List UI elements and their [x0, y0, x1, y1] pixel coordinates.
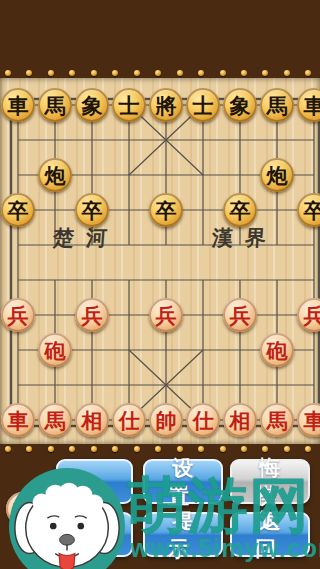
piece-red-r9-c6[interactable]: 相: [223, 403, 257, 437]
gold-stud: [155, 70, 161, 76]
gold-stud: [198, 446, 204, 452]
gold-stud: [220, 446, 226, 452]
gold-stud: [241, 70, 247, 76]
gold-stud: [134, 446, 140, 452]
piece-black-r3-c6[interactable]: 卒: [223, 193, 257, 227]
gold-stud: [48, 446, 54, 452]
gold-stud: [262, 446, 268, 452]
gold-stud: [284, 446, 290, 452]
piece-black-r0-c1[interactable]: 馬: [38, 88, 72, 122]
gold-stud: [91, 446, 97, 452]
piece-red-r9-c4[interactable]: 帥: [149, 403, 183, 437]
gold-stud: [305, 446, 311, 452]
piece-red-r6-c2[interactable]: 兵: [75, 298, 109, 332]
piece-red-r6-c6[interactable]: 兵: [223, 298, 257, 332]
piece-black-r3-c4[interactable]: 卒: [149, 193, 183, 227]
piece-black-r0-c4[interactable]: 將: [149, 88, 183, 122]
piece-black-r0-c3[interactable]: 士: [112, 88, 146, 122]
gold-stud: [112, 446, 118, 452]
gold-stud: [112, 70, 118, 76]
gold-stud: [69, 446, 75, 452]
river-label-chu: 楚河: [52, 224, 120, 252]
piece-black-r0-c0[interactable]: 車: [1, 88, 35, 122]
piece-black-r2-c1[interactable]: 炮: [38, 158, 72, 192]
piece-red-r9-c5[interactable]: 仕: [186, 403, 220, 437]
river-label-han: 漢界: [211, 224, 279, 252]
gold-stud: [155, 446, 161, 452]
gold-stud: [26, 70, 32, 76]
piece-red-r9-c3[interactable]: 仕: [112, 403, 146, 437]
gold-stud: [241, 446, 247, 452]
piece-black-r0-c7[interactable]: 馬: [260, 88, 294, 122]
piece-red-r6-c4[interactable]: 兵: [149, 298, 183, 332]
gold-stud: [177, 70, 183, 76]
piece-black-r0-c2[interactable]: 象: [75, 88, 109, 122]
gold-stud: [262, 70, 268, 76]
game-screen: 楚河 漢界 車馬象士將士象馬車炮炮卒卒卒卒卒兵兵兵兵兵砲砲車馬相仕帥仕相馬車 设…: [0, 0, 320, 569]
piece-red-r9-c7[interactable]: 馬: [260, 403, 294, 437]
piece-black-r0-c6[interactable]: 象: [223, 88, 257, 122]
piece-black-r2-c7[interactable]: 炮: [260, 158, 294, 192]
piece-red-r9-c1[interactable]: 馬: [38, 403, 72, 437]
piece-red-r7-c7[interactable]: 砲: [260, 333, 294, 367]
gold-stud: [305, 70, 311, 76]
piece-red-r7-c1[interactable]: 砲: [38, 333, 72, 367]
gold-stud: [220, 70, 226, 76]
gold-stud: [134, 70, 140, 76]
piece-black-r3-c0[interactable]: 卒: [1, 193, 35, 227]
piece-red-r9-c0[interactable]: 車: [1, 403, 35, 437]
piece-black-r0-c5[interactable]: 士: [186, 88, 220, 122]
watermark-site-url: www.5imyw.com: [130, 534, 320, 563]
piece-red-r9-c2[interactable]: 相: [75, 403, 109, 437]
gold-stud: [284, 70, 290, 76]
piece-black-r3-c2[interactable]: 卒: [75, 193, 109, 227]
gold-stud: [91, 70, 97, 76]
dog-mascot-logo: [8, 467, 126, 569]
board-grid-lines: [0, 78, 320, 444]
gold-stud: [5, 446, 11, 452]
gold-stud: [5, 70, 11, 76]
gold-stud: [198, 70, 204, 76]
gold-stud: [69, 70, 75, 76]
gold-stud: [48, 70, 54, 76]
xiangqi-board[interactable]: 楚河 漢界 車馬象士將士象馬車炮炮卒卒卒卒卒兵兵兵兵兵砲砲車馬相仕帥仕相馬車: [0, 78, 320, 444]
piece-red-r6-c0[interactable]: 兵: [1, 298, 35, 332]
gold-stud: [26, 446, 32, 452]
gold-stud: [177, 446, 183, 452]
